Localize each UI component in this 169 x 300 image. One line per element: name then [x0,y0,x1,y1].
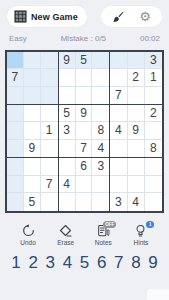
box-1: 95 [59,52,111,105]
cell-5-7[interactable] [128,140,145,157]
box-2: 3217 [110,52,162,105]
cell-4-2[interactable]: 1 [41,122,58,139]
hints-count-badge: 1 [146,221,154,228]
gear-icon: ⚙ [139,10,151,23]
mistake-counter: Mistake : 0/5 [61,34,106,43]
cell-6-2[interactable] [41,158,58,176]
box-4: 593874 [59,105,111,158]
cell-2-4[interactable] [76,87,93,104]
sudoku-board: 79532171959387424987563434 [5,50,164,213]
cell-3-5[interactable] [92,105,109,122]
cell-8-3[interactable] [59,193,76,211]
cell-7-4[interactable] [76,176,93,194]
cell-6-7[interactable] [128,158,145,176]
cell-1-1[interactable] [24,69,41,86]
cell-0-5[interactable] [92,52,109,69]
cell-2-1[interactable] [24,87,41,104]
number-pad: 123456789 [0,253,169,273]
cell-6-0[interactable] [7,158,24,176]
numpad-4[interactable]: 4 [60,253,74,273]
cell-4-5[interactable]: 8 [92,122,109,139]
cell-7-7[interactable] [128,176,145,194]
timer: 00:02 [140,34,160,43]
box-3: 19 [7,105,59,158]
cell-3-0[interactable] [7,105,24,122]
cell-8-6[interactable]: 3 [110,193,127,211]
cell-8-1[interactable]: 5 [24,193,41,211]
cell-3-4[interactable]: 9 [76,105,93,122]
header-tools: ⚙ [101,6,162,27]
numpad-9[interactable]: 9 [146,253,160,273]
cell-4-7[interactable]: 9 [128,122,145,139]
cell-5-2[interactable] [41,140,58,157]
brush-icon [112,11,124,23]
cell-2-8[interactable] [145,87,162,104]
cell-1-3[interactable] [59,69,76,86]
numpad-3[interactable]: 3 [43,253,57,273]
box-6: 75 [7,158,59,211]
sudoku-app: New Game ⚙ Easy Mistake : 0/5 00:02 7953… [0,0,169,300]
cell-2-5[interactable] [92,87,109,104]
cell-3-2[interactable] [41,105,58,122]
box-7: 634 [59,158,111,211]
cell-5-3[interactable] [59,140,76,157]
numpad-1[interactable]: 1 [9,253,23,273]
cell-5-1[interactable]: 9 [24,140,41,157]
cell-2-6[interactable]: 7 [110,87,127,104]
cell-3-8[interactable]: 2 [145,105,162,122]
cell-0-4[interactable]: 5 [76,52,93,69]
cell-1-5[interactable] [92,69,109,86]
cell-0-7[interactable] [128,52,145,69]
notes-label: Notes [95,239,112,246]
cell-0-1[interactable] [24,52,41,69]
hints-label: Hints [134,239,149,246]
cell-2-2[interactable] [41,87,58,104]
sudoku-grid-icon [14,10,27,23]
cell-8-0[interactable] [7,193,24,211]
undo-icon [22,224,35,237]
cell-5-8[interactable]: 8 [145,140,162,157]
status-bar: Easy Mistake : 0/5 00:02 [0,34,169,43]
numpad-5[interactable]: 5 [78,253,92,273]
box-5: 2498 [110,105,162,158]
cell-8-5[interactable] [92,193,109,211]
cell-1-6[interactable] [110,69,127,86]
hints-button[interactable]: 1 Hints [126,224,156,246]
numpad-8[interactable]: 8 [129,253,143,273]
cell-0-0[interactable] [7,52,24,69]
cell-2-3[interactable] [59,87,76,104]
box-0: 7 [7,52,59,105]
cell-7-1[interactable] [24,176,41,194]
cell-0-3[interactable]: 9 [59,52,76,69]
cell-1-2[interactable] [41,69,58,86]
cell-8-4[interactable] [76,193,93,211]
cell-7-5[interactable] [92,176,109,194]
cell-7-0[interactable] [7,176,24,194]
cell-7-2[interactable]: 7 [41,176,58,194]
cell-3-6[interactable] [110,105,127,122]
banner-corner [147,289,169,300]
cell-5-4[interactable]: 7 [76,140,93,157]
cell-3-7[interactable] [128,105,145,122]
cell-6-6[interactable] [110,158,127,176]
header: New Game ⚙ [0,0,169,27]
cell-1-8[interactable]: 1 [145,69,162,86]
cell-1-4[interactable] [76,69,93,86]
eraser-icon [59,224,72,237]
cell-3-3[interactable]: 5 [59,105,76,122]
cell-5-6[interactable] [110,140,127,157]
cell-8-7[interactable]: 4 [128,193,145,211]
difficulty-label: Easy [9,34,27,43]
cell-8-8[interactable] [145,193,162,211]
notes-off-badge: OFF [103,221,116,228]
new-game-label: New Game [31,12,78,22]
cell-6-1[interactable] [24,158,41,176]
cell-2-7[interactable] [128,87,145,104]
cell-6-3[interactable] [59,158,76,176]
cell-5-0[interactable] [7,140,24,157]
cell-5-5[interactable]: 4 [92,140,109,157]
cell-0-8[interactable]: 3 [145,52,162,69]
erase-button[interactable]: Erase [51,224,81,246]
cell-4-3[interactable]: 3 [59,122,76,139]
cell-3-1[interactable] [24,105,41,122]
cell-7-8[interactable] [145,176,162,194]
new-game-button[interactable]: New Game [7,6,87,27]
cell-7-6[interactable] [110,176,127,194]
cell-4-1[interactable] [24,122,41,139]
cell-1-7[interactable]: 2 [128,69,145,86]
erase-label: Erase [57,239,74,246]
cell-2-0[interactable] [7,87,24,104]
cell-6-4[interactable]: 6 [76,158,93,176]
numpad-7[interactable]: 7 [112,253,126,273]
cell-4-6[interactable]: 4 [110,122,127,139]
cell-8-2[interactable] [41,193,58,211]
box-8: 34 [110,158,162,211]
cell-0-2[interactable] [41,52,58,69]
cell-4-8[interactable] [145,122,162,139]
undo-button[interactable]: Undo [13,224,43,246]
cell-4-0[interactable] [7,122,24,139]
cell-7-3[interactable]: 4 [59,176,76,194]
undo-label: Undo [20,239,36,246]
brush-button[interactable] [112,11,124,23]
cell-6-8[interactable] [145,158,162,176]
cell-6-5[interactable]: 3 [92,158,109,176]
toolbar: Undo Erase OFF Notes 1 [0,224,169,246]
numpad-2[interactable]: 2 [26,253,40,273]
settings-button[interactable]: ⚙ [139,10,151,23]
numpad-6[interactable]: 6 [95,253,109,273]
cell-4-4[interactable] [76,122,93,139]
notes-button[interactable]: OFF Notes [88,224,118,246]
cell-0-6[interactable] [110,52,127,69]
cell-1-0[interactable]: 7 [7,69,24,86]
